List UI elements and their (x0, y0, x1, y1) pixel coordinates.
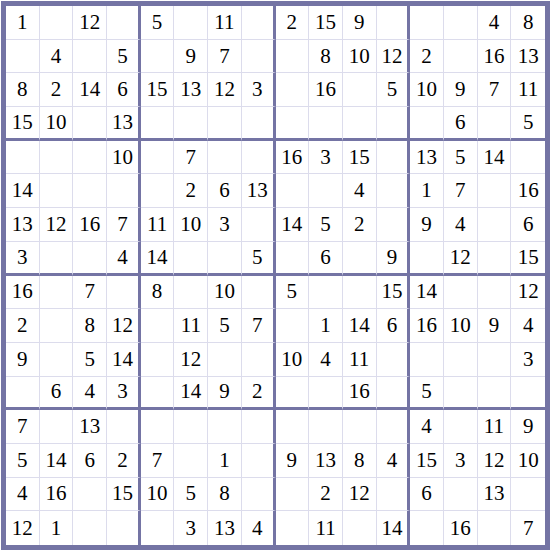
cell-r4c14-clue: 6 (444, 107, 478, 141)
cell-r11c16-clue: 3 (511, 343, 545, 377)
cell-r2c16-clue: 13 (511, 40, 545, 74)
cell-r4c13-empty[interactable] (410, 107, 444, 141)
cell-r11c5-empty[interactable] (141, 343, 175, 377)
cell-r12c7-clue: 9 (208, 377, 242, 411)
cell-r16c8-clue: 4 (242, 511, 276, 545)
cell-r6c4-empty[interactable] (107, 174, 141, 208)
cell-r9c1-clue: 16 (6, 276, 40, 310)
cell-r9c3-clue: 7 (73, 276, 107, 310)
cell-r5c4-clue: 10 (107, 141, 141, 175)
cell-r1c5-clue: 5 (141, 6, 175, 40)
cell-r8c5-clue: 14 (141, 242, 175, 276)
cell-r5c11-clue: 15 (343, 141, 377, 175)
cell-r10c6-clue: 11 (174, 309, 208, 343)
cell-r1c15-clue: 4 (478, 6, 512, 40)
cell-r6c9-empty[interactable] (276, 174, 310, 208)
cell-r12c6-clue: 14 (174, 377, 208, 411)
cell-r8c16-clue: 15 (511, 242, 545, 276)
cell-r7c16-clue: 6 (511, 208, 545, 242)
cell-r8c8-clue: 5 (242, 242, 276, 276)
cell-r13c11-empty[interactable] (343, 410, 377, 444)
cell-r1c9-clue: 2 (276, 6, 310, 40)
cell-r3c5-clue: 15 (141, 73, 175, 107)
cell-r1c14-empty[interactable] (444, 6, 478, 40)
cell-r10c2-empty[interactable] (40, 309, 74, 343)
cell-r12c8-clue: 2 (242, 377, 276, 411)
cell-r5c7-empty[interactable] (208, 141, 242, 175)
cell-r14c1-clue: 5 (6, 444, 40, 478)
cell-r6c2-empty[interactable] (40, 174, 74, 208)
cell-r12c16-empty[interactable] (511, 377, 545, 411)
cell-r7c2-clue: 12 (40, 208, 74, 242)
cell-r8c9-empty[interactable] (276, 242, 310, 276)
cell-r8c6-empty[interactable] (174, 242, 208, 276)
cell-r15c10-clue: 2 (309, 478, 343, 512)
cell-r8c11-empty[interactable] (343, 242, 377, 276)
cell-r8c13-empty[interactable] (410, 242, 444, 276)
cell-r4c6-empty[interactable] (174, 107, 208, 141)
cell-r15c16-empty[interactable] (511, 478, 545, 512)
cell-r5c3-empty[interactable] (73, 141, 107, 175)
cell-r5c16-empty[interactable] (511, 141, 545, 175)
cell-r2c5-empty[interactable] (141, 40, 175, 74)
cell-r4c1-clue: 15 (6, 107, 40, 141)
cell-r13c7-empty[interactable] (208, 410, 242, 444)
cell-r8c15-empty[interactable] (478, 242, 512, 276)
cell-r3c11-empty[interactable] (343, 73, 377, 107)
cell-r6c14-clue: 7 (444, 174, 478, 208)
cell-r15c6-clue: 5 (174, 478, 208, 512)
cell-r1c16-clue: 8 (511, 6, 545, 40)
cell-r6c16-clue: 16 (511, 174, 545, 208)
cell-r12c2-clue: 6 (40, 377, 74, 411)
cell-r8c4-clue: 4 (107, 242, 141, 276)
cell-r14c9-clue: 9 (276, 444, 310, 478)
cell-r1c4-empty[interactable] (107, 6, 141, 40)
cell-r7c14-clue: 4 (444, 208, 478, 242)
cell-r16c14-clue: 16 (444, 511, 478, 545)
cell-r3c6-clue: 13 (174, 73, 208, 107)
cell-r6c5-empty[interactable] (141, 174, 175, 208)
cell-r13c12-empty[interactable] (377, 410, 411, 444)
cell-r3c16-clue: 11 (511, 73, 545, 107)
cell-r9c8-empty[interactable] (242, 276, 276, 310)
cell-r6c8-clue: 13 (242, 174, 276, 208)
cell-r14c3-clue: 6 (73, 444, 107, 478)
cell-r12c5-empty[interactable] (141, 377, 175, 411)
cell-r1c8-empty[interactable] (242, 6, 276, 40)
cell-r2c3-empty[interactable] (73, 40, 107, 74)
cell-r5c12-empty[interactable] (377, 141, 411, 175)
cell-r10c15-clue: 9 (478, 309, 512, 343)
cell-r11c14-empty[interactable] (444, 343, 478, 377)
cell-r7c5-clue: 11 (141, 208, 175, 242)
cell-r4c10-empty[interactable] (309, 107, 343, 141)
cell-r5c15-clue: 14 (478, 141, 512, 175)
cell-r2c10-clue: 8 (309, 40, 343, 74)
cell-r15c2-clue: 16 (40, 478, 74, 512)
cell-r16c4-empty[interactable] (107, 511, 141, 545)
cell-r6c13-clue: 1 (410, 174, 444, 208)
cell-r10c3-clue: 8 (73, 309, 107, 343)
cell-r9c10-empty[interactable] (309, 276, 343, 310)
cell-r13c5-empty[interactable] (141, 410, 175, 444)
cell-r12c9-empty[interactable] (276, 377, 310, 411)
cell-r7c12-empty[interactable] (377, 208, 411, 242)
cell-r16c11-empty[interactable] (343, 511, 377, 545)
cell-r11c3-clue: 5 (73, 343, 107, 377)
cell-r9c9-clue: 5 (276, 276, 310, 310)
cell-r7c1-clue: 13 (6, 208, 40, 242)
cell-r8c14-clue: 12 (444, 242, 478, 276)
cell-r11c11-clue: 11 (343, 343, 377, 377)
cell-r4c15-empty[interactable] (478, 107, 512, 141)
cell-r10c14-clue: 10 (444, 309, 478, 343)
cell-r6c10-empty[interactable] (309, 174, 343, 208)
cell-r16c3-empty[interactable] (73, 511, 107, 545)
cell-r15c8-empty[interactable] (242, 478, 276, 512)
cell-r13c8-empty[interactable] (242, 410, 276, 444)
cell-r16c6-clue: 3 (174, 511, 208, 545)
cell-r4c9-empty[interactable] (276, 107, 310, 141)
cell-r2c7-clue: 7 (208, 40, 242, 74)
cell-r10c4-clue: 12 (107, 309, 141, 343)
cell-r8c7-empty[interactable] (208, 242, 242, 276)
cell-r14c15-clue: 12 (478, 444, 512, 478)
cell-r15c7-clue: 8 (208, 478, 242, 512)
cell-r7c13-clue: 9 (410, 208, 444, 242)
cell-r11c12-empty[interactable] (377, 343, 411, 377)
cell-r10c1-clue: 2 (6, 309, 40, 343)
cell-r8c2-empty[interactable] (40, 242, 74, 276)
cell-r15c14-empty[interactable] (444, 478, 478, 512)
cell-r13c3-clue: 13 (73, 410, 107, 444)
cell-r5c1-empty[interactable] (6, 141, 40, 175)
cell-r2c8-empty[interactable] (242, 40, 276, 74)
cell-r1c13-empty[interactable] (410, 6, 444, 40)
cell-r1c6-empty[interactable] (174, 6, 208, 40)
cell-r9c12-clue: 15 (377, 276, 411, 310)
cell-r3c9-empty[interactable] (276, 73, 310, 107)
cell-r4c8-empty[interactable] (242, 107, 276, 141)
cell-r14c6-empty[interactable] (174, 444, 208, 478)
cell-r11c8-empty[interactable] (242, 343, 276, 377)
cell-r2c13-clue: 2 (410, 40, 444, 74)
cell-r13c6-empty[interactable] (174, 410, 208, 444)
cell-r8c12-clue: 9 (377, 242, 411, 276)
cell-r1c2-empty[interactable] (40, 6, 74, 40)
cell-r14c10-clue: 13 (309, 444, 343, 478)
cell-r14c16-clue: 10 (511, 444, 545, 478)
cell-r15c1-clue: 4 (6, 478, 40, 512)
cell-r4c5-empty[interactable] (141, 107, 175, 141)
cell-r13c1-clue: 7 (6, 410, 40, 444)
cell-r14c8-empty[interactable] (242, 444, 276, 478)
cell-r7c11-clue: 2 (343, 208, 377, 242)
cell-r5c8-empty[interactable] (242, 141, 276, 175)
cell-r13c15-clue: 11 (478, 410, 512, 444)
cell-r10c11-clue: 14 (343, 309, 377, 343)
cell-r15c3-empty[interactable] (73, 478, 107, 512)
cell-r9c14-empty[interactable] (444, 276, 478, 310)
cell-r11c10-clue: 4 (309, 343, 343, 377)
cell-r13c14-empty[interactable] (444, 410, 478, 444)
cell-r1c3-clue: 12 (73, 6, 107, 40)
cell-r5c10-clue: 3 (309, 141, 343, 175)
cell-r12c3-clue: 4 (73, 377, 107, 411)
cell-r12c14-empty[interactable] (444, 377, 478, 411)
cell-r1c11-clue: 9 (343, 6, 377, 40)
cell-r6c12-empty[interactable] (377, 174, 411, 208)
cell-r9c2-empty[interactable] (40, 276, 74, 310)
cell-r10c7-clue: 5 (208, 309, 242, 343)
cell-r8c10-clue: 6 (309, 242, 343, 276)
cell-r10c13-clue: 16 (410, 309, 444, 343)
cell-r10c12-clue: 6 (377, 309, 411, 343)
cell-r7c3-clue: 16 (73, 208, 107, 242)
cell-r10c16-clue: 4 (511, 309, 545, 343)
cell-r16c13-empty[interactable] (410, 511, 444, 545)
cell-r5c5-empty[interactable] (141, 141, 175, 175)
cell-r13c10-empty[interactable] (309, 410, 343, 444)
cell-r5c2-empty[interactable] (40, 141, 74, 175)
cell-r3c2-clue: 2 (40, 73, 74, 107)
cell-r4c2-clue: 10 (40, 107, 74, 141)
cell-r15c15-clue: 13 (478, 478, 512, 512)
cell-r16c5-empty[interactable] (141, 511, 175, 545)
cell-r10c10-clue: 1 (309, 309, 343, 343)
cell-r5c13-clue: 13 (410, 141, 444, 175)
cell-r11c9-clue: 10 (276, 343, 310, 377)
cell-r11c7-empty[interactable] (208, 343, 242, 377)
cell-r9c6-empty[interactable] (174, 276, 208, 310)
cell-r12c15-empty[interactable] (478, 377, 512, 411)
cell-r3c13-clue: 10 (410, 73, 444, 107)
cell-r3c4-clue: 6 (107, 73, 141, 107)
cell-r12c1-empty[interactable] (6, 377, 40, 411)
cell-r12c10-empty[interactable] (309, 377, 343, 411)
cell-r2c12-clue: 12 (377, 40, 411, 74)
cell-r7c7-clue: 3 (208, 208, 242, 242)
cell-r13c16-clue: 9 (511, 410, 545, 444)
cell-r7c10-clue: 5 (309, 208, 343, 242)
cell-r9c13-clue: 14 (410, 276, 444, 310)
cell-r11c13-empty[interactable] (410, 343, 444, 377)
cell-r12c11-clue: 16 (343, 377, 377, 411)
sudoku-board: 1125112159484597810122161382146151312316… (1, 1, 550, 550)
cell-r2c14-empty[interactable] (444, 40, 478, 74)
cell-r6c7-clue: 6 (208, 174, 242, 208)
cell-r1c10-clue: 15 (309, 6, 343, 40)
cell-r6c3-empty[interactable] (73, 174, 107, 208)
cell-r7c6-clue: 10 (174, 208, 208, 242)
cell-r16c7-clue: 13 (208, 511, 242, 545)
cell-r16c9-empty[interactable] (276, 511, 310, 545)
cell-r16c1-clue: 12 (6, 511, 40, 545)
cell-r11c4-clue: 14 (107, 343, 141, 377)
cell-r7c9-clue: 14 (276, 208, 310, 242)
cell-r6c1-clue: 14 (6, 174, 40, 208)
cell-r7c4-clue: 7 (107, 208, 141, 242)
cell-r15c13-clue: 6 (410, 478, 444, 512)
cell-r2c9-empty[interactable] (276, 40, 310, 74)
cell-r6c6-clue: 2 (174, 174, 208, 208)
cell-r3c10-clue: 16 (309, 73, 343, 107)
cell-r10c8-clue: 7 (242, 309, 276, 343)
cell-r15c9-empty[interactable] (276, 478, 310, 512)
cell-r3c3-clue: 14 (73, 73, 107, 107)
cell-r13c9-empty[interactable] (276, 410, 310, 444)
cell-r9c15-empty[interactable] (478, 276, 512, 310)
cell-r14c7-clue: 1 (208, 444, 242, 478)
cell-r2c4-clue: 5 (107, 40, 141, 74)
cell-r1c1-clue: 1 (6, 6, 40, 40)
cell-r5c14-clue: 5 (444, 141, 478, 175)
cell-r3c14-clue: 9 (444, 73, 478, 107)
cell-r11c1-clue: 9 (6, 343, 40, 377)
cell-r13c13-clue: 4 (410, 410, 444, 444)
cell-r16c2-clue: 1 (40, 511, 74, 545)
cell-r2c15-clue: 16 (478, 40, 512, 74)
cell-r16c12-clue: 14 (377, 511, 411, 545)
cell-r11c15-empty[interactable] (478, 343, 512, 377)
cell-r12c13-clue: 5 (410, 377, 444, 411)
cell-r13c4-empty[interactable] (107, 410, 141, 444)
cell-r14c14-clue: 3 (444, 444, 478, 478)
cell-r16c16-clue: 7 (511, 511, 545, 545)
cell-r7c15-empty[interactable] (478, 208, 512, 242)
page-background: 1125112159484597810122161382146151312316… (0, 0, 551, 551)
cell-r15c12-empty[interactable] (377, 478, 411, 512)
cell-r1c7-clue: 11 (208, 6, 242, 40)
cell-r2c2-clue: 4 (40, 40, 74, 74)
cell-r4c16-clue: 5 (511, 107, 545, 141)
cell-r14c2-clue: 14 (40, 444, 74, 478)
cell-r3c7-clue: 12 (208, 73, 242, 107)
cell-r3c15-clue: 7 (478, 73, 512, 107)
cell-r3c12-clue: 5 (377, 73, 411, 107)
cell-r15c11-clue: 12 (343, 478, 377, 512)
cell-r9c5-clue: 8 (141, 276, 175, 310)
cell-r9c16-clue: 12 (511, 276, 545, 310)
cell-r2c1-empty[interactable] (6, 40, 40, 74)
cell-r12c4-clue: 3 (107, 377, 141, 411)
cell-r14c12-clue: 4 (377, 444, 411, 478)
cell-r14c13-clue: 15 (410, 444, 444, 478)
cell-r16c10-clue: 11 (309, 511, 343, 545)
cell-r12c12-empty[interactable] (377, 377, 411, 411)
cell-r6c15-empty[interactable] (478, 174, 512, 208)
cell-r7c8-empty[interactable] (242, 208, 276, 242)
cell-r2c11-clue: 10 (343, 40, 377, 74)
cell-r8c3-empty[interactable] (73, 242, 107, 276)
cell-r1c12-empty[interactable] (377, 6, 411, 40)
cell-r9c7-clue: 10 (208, 276, 242, 310)
cell-r13c2-empty[interactable] (40, 410, 74, 444)
cell-r14c11-clue: 8 (343, 444, 377, 478)
cell-r3c1-clue: 8 (6, 73, 40, 107)
cell-r15c5-clue: 10 (141, 478, 175, 512)
cell-r3c8-clue: 3 (242, 73, 276, 107)
cell-r6c11-clue: 4 (343, 174, 377, 208)
cell-r10c9-empty[interactable] (276, 309, 310, 343)
cell-r11c2-empty[interactable] (40, 343, 74, 377)
cell-r4c7-empty[interactable] (208, 107, 242, 141)
cell-r9c4-empty[interactable] (107, 276, 141, 310)
cell-r5c6-clue: 7 (174, 141, 208, 175)
cell-r14c5-clue: 7 (141, 444, 175, 478)
cell-r4c11-empty[interactable] (343, 107, 377, 141)
cell-r16c15-empty[interactable] (478, 511, 512, 545)
cell-r14c4-clue: 2 (107, 444, 141, 478)
cell-r11c6-clue: 12 (174, 343, 208, 377)
cell-r5c9-clue: 16 (276, 141, 310, 175)
cell-r2c6-clue: 9 (174, 40, 208, 74)
cell-r9c11-empty[interactable] (343, 276, 377, 310)
cell-r4c12-empty[interactable] (377, 107, 411, 141)
cell-r10c5-empty[interactable] (141, 309, 175, 343)
cell-r8c1-clue: 3 (6, 242, 40, 276)
cell-r4c3-empty[interactable] (73, 107, 107, 141)
cell-r4c4-clue: 13 (107, 107, 141, 141)
cell-r15c4-clue: 15 (107, 478, 141, 512)
